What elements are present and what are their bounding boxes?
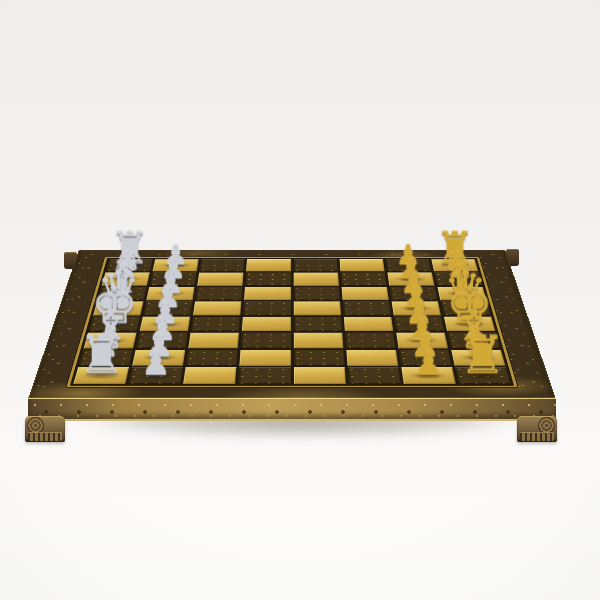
square-b3 (198, 273, 244, 286)
square-h1: ♜ (73, 367, 129, 384)
square-d5 (293, 301, 340, 315)
square-f6 (345, 333, 396, 348)
square-b6 (340, 273, 386, 286)
square-a5 (293, 259, 337, 271)
square-e5 (293, 317, 342, 332)
square-h3 (183, 367, 236, 384)
square-b5 (293, 273, 338, 286)
square-c4 (244, 287, 290, 300)
square-d4 (243, 301, 290, 315)
square-g6 (346, 350, 398, 366)
square-e3 (191, 317, 241, 332)
square-b4 (245, 273, 290, 286)
square-a4 (246, 259, 290, 271)
chessboard: ♜♟♟♜♞♟♟♞♝♟♟♝♛♟♟♛♚♟♟♚♝♟♟♝♞♟♟♞♜♟♟♜ (28, 250, 556, 399)
square-h5 (293, 367, 345, 384)
piece-silver-pawn-h2: ♟ (130, 347, 182, 380)
board-front-edge (28, 398, 556, 421)
square-h2: ♟ (128, 367, 183, 384)
square-h7: ♟ (401, 367, 456, 384)
square-e6 (343, 317, 393, 332)
square-g4 (240, 350, 291, 366)
square-h4 (238, 367, 290, 384)
board-foot-front-left (25, 416, 65, 442)
piece-silver-rook-h1: ♜ (76, 330, 128, 382)
square-d6 (342, 301, 390, 315)
square-d3 (193, 301, 241, 315)
product-photo-stage: ♜♟♟♜♞♟♟♞♝♟♟♝♛♟♟♛♚♟♟♚♝♟♟♝♞♟♟♞♜♟♟♜ (0, 0, 600, 600)
square-a6 (339, 259, 384, 271)
square-c6 (341, 287, 388, 300)
square-c5 (293, 287, 339, 300)
square-f5 (293, 333, 343, 348)
square-a3 (200, 259, 245, 271)
square-f4 (241, 333, 291, 348)
board-foot-front-right (517, 416, 557, 442)
piece-gold-rook-h8: ♜ (457, 330, 509, 382)
square-h6 (347, 367, 400, 384)
square-c3 (195, 287, 242, 300)
square-g5 (293, 350, 344, 366)
playing-area: ♜♟♟♜♞♟♟♞♝♟♟♝♛♟♟♛♚♟♟♚♝♟♟♝♞♟♟♞♜♟♟♜ (70, 258, 514, 386)
square-f3 (189, 333, 240, 348)
square-g3 (186, 350, 238, 366)
square-e4 (242, 317, 291, 332)
piece-gold-pawn-h7: ♟ (402, 347, 454, 380)
square-h8: ♜ (455, 367, 511, 384)
